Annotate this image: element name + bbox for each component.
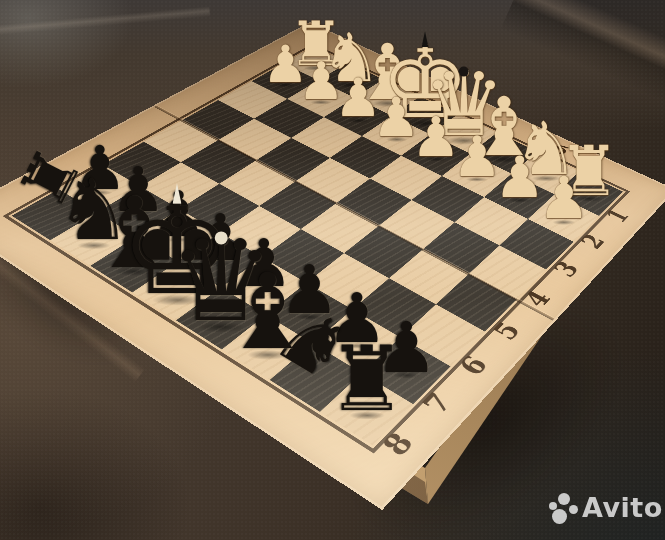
white-finial-ball	[215, 232, 228, 245]
piece-contact-shadow	[462, 176, 491, 183]
piece-contact-shadow	[549, 219, 579, 226]
avito-logo-icon	[546, 490, 580, 524]
piece-black-rook-a8[interactable]: ♜	[327, 335, 407, 425]
piece-contact-shadow	[344, 118, 372, 124]
piece-contact-shadow	[240, 348, 294, 361]
avito-watermark: Avito	[546, 490, 663, 524]
piece-white-pawn-a2[interactable]: ♟	[538, 170, 590, 228]
avito-text: Avito	[582, 492, 663, 523]
piece-contact-shadow	[307, 99, 334, 105]
black-finial-ball	[459, 66, 469, 76]
piece-contact-shadow	[422, 156, 451, 163]
black-finial-spike	[422, 31, 429, 47]
piece-contact-shadow	[272, 82, 299, 88]
white-finial-spike	[173, 183, 182, 203]
piece-contact-shadow	[382, 136, 410, 142]
piece-contact-shadow	[505, 197, 535, 204]
piece-contact-shadow	[344, 410, 391, 421]
fabric-seam-top-left	[0, 0, 211, 44]
piece-black-bishop-c8[interactable]: ♝	[221, 260, 315, 365]
fabric-background: 12345678 б ♜♞♝♛♚♝♞♜♟♟♟♟♟♟♟♟♜♞♝♛♚♝♞♜♟♟♟♟♟…	[0, 0, 665, 540]
